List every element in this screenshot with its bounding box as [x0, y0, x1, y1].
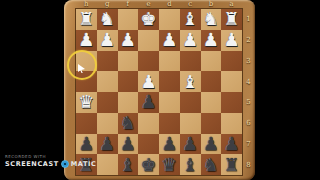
- square-e4[interactable]: ♟: [138, 71, 159, 92]
- square-f8[interactable]: ♝: [118, 154, 139, 175]
- square-d2[interactable]: ♟: [159, 30, 180, 51]
- white-queen-h5[interactable]: ♛: [78, 92, 94, 112]
- watermark-brand-right: MATIC: [71, 160, 97, 168]
- square-b2[interactable]: ♟: [201, 30, 222, 51]
- rank-label-1: 1: [242, 9, 255, 30]
- white-knight-g1[interactable]: ♞: [99, 9, 115, 29]
- square-c5[interactable]: [180, 92, 201, 113]
- rank-label-6: 6: [242, 113, 255, 134]
- square-c1[interactable]: ♝: [180, 9, 201, 30]
- white-bishop-c4[interactable]: ♝: [182, 72, 198, 92]
- square-g3[interactable]: [97, 51, 118, 72]
- square-d3[interactable]: [159, 51, 180, 72]
- rank-label-8: 8: [242, 154, 255, 175]
- square-c2[interactable]: ♟: [180, 30, 201, 51]
- black-pawn-d7[interactable]: ♟: [161, 134, 177, 154]
- square-c7[interactable]: ♟: [180, 134, 201, 155]
- square-f4[interactable]: [118, 71, 139, 92]
- square-h5[interactable]: ♛: [76, 92, 97, 113]
- black-bishop-f8[interactable]: ♝: [120, 155, 136, 175]
- square-e2[interactable]: [138, 30, 159, 51]
- black-rook-a8[interactable]: ♜: [224, 155, 240, 175]
- rank-label-4: 4: [242, 71, 255, 92]
- white-knight-b1[interactable]: ♞: [203, 9, 219, 29]
- rank-labels: 12345678: [242, 9, 255, 175]
- black-pawn-c7[interactable]: ♟: [182, 134, 198, 154]
- square-b5[interactable]: [201, 92, 222, 113]
- white-pawn-c2[interactable]: ♟: [182, 30, 198, 50]
- watermark-brand-left: SCREENCAST: [5, 160, 59, 168]
- square-a4[interactable]: [221, 71, 242, 92]
- square-c8[interactable]: ♝: [180, 154, 201, 175]
- chess-board[interactable]: ♜♞♚♝♞♜♟♟♟♟♟♟♟♟♝♛♟♞♟♟♟♟♟♟♟♜♝♚♛♝♞♜: [76, 9, 242, 175]
- square-e8[interactable]: ♚: [138, 154, 159, 175]
- square-d7[interactable]: ♟: [159, 134, 180, 155]
- square-a2[interactable]: ♟: [221, 30, 242, 51]
- screencast-o-icon: [61, 160, 69, 168]
- square-h7[interactable]: ♟: [76, 134, 97, 155]
- black-pawn-a7[interactable]: ♟: [224, 134, 240, 154]
- square-a8[interactable]: ♜: [221, 154, 242, 175]
- white-bishop-c1[interactable]: ♝: [182, 9, 198, 29]
- black-king-e8[interactable]: ♚: [141, 155, 157, 175]
- white-pawn-b2[interactable]: ♟: [203, 30, 219, 50]
- chess-board-frame: hgfedcba 12345678 ♜♞♚♝♞♜♟♟♟♟♟♟♟♟♝♛♟♞♟♟♟♟…: [64, 0, 255, 180]
- rank-label-5: 5: [242, 92, 255, 113]
- screencast-watermark: RECORDED WITH SCREENCAST MATIC: [5, 154, 96, 168]
- white-pawn-h2[interactable]: ♟: [78, 30, 94, 50]
- square-e7[interactable]: [138, 134, 159, 155]
- square-e5[interactable]: ♟: [138, 92, 159, 113]
- white-pawn-e4[interactable]: ♟: [141, 72, 157, 92]
- white-rook-a1[interactable]: ♜: [224, 9, 240, 29]
- black-pawn-g7[interactable]: ♟: [99, 134, 115, 154]
- square-e1[interactable]: ♚: [138, 9, 159, 30]
- square-h1[interactable]: ♜: [76, 9, 97, 30]
- square-h6[interactable]: [76, 113, 97, 134]
- white-king-e1[interactable]: ♚: [141, 9, 157, 29]
- recorded-with-label: RECORDED WITH: [5, 154, 96, 159]
- square-f3[interactable]: [118, 51, 139, 72]
- square-a7[interactable]: ♟: [221, 134, 242, 155]
- square-d5[interactable]: [159, 92, 180, 113]
- square-b1[interactable]: ♞: [201, 9, 222, 30]
- square-c4[interactable]: ♝: [180, 71, 201, 92]
- square-b7[interactable]: ♟: [201, 134, 222, 155]
- black-knight-f6[interactable]: ♞: [120, 113, 136, 133]
- square-c6[interactable]: [180, 113, 201, 134]
- square-a5[interactable]: [221, 92, 242, 113]
- square-d6[interactable]: [159, 113, 180, 134]
- square-a3[interactable]: [221, 51, 242, 72]
- square-g7[interactable]: ♟: [97, 134, 118, 155]
- white-pawn-g2[interactable]: ♟: [99, 30, 115, 50]
- click-highlight-ring: [67, 50, 97, 80]
- square-g4[interactable]: [97, 71, 118, 92]
- rank-label-2: 2: [242, 30, 255, 51]
- square-b4[interactable]: [201, 71, 222, 92]
- square-e3[interactable]: [138, 51, 159, 72]
- rank-label-7: 7: [242, 134, 255, 155]
- square-f6[interactable]: ♞: [118, 113, 139, 134]
- square-b3[interactable]: [201, 51, 222, 72]
- square-g8[interactable]: [97, 154, 118, 175]
- square-g1[interactable]: ♞: [97, 9, 118, 30]
- black-queen-d8[interactable]: ♛: [161, 155, 177, 175]
- square-b6[interactable]: [201, 113, 222, 134]
- black-pawn-f7[interactable]: ♟: [120, 134, 136, 154]
- square-c3[interactable]: [180, 51, 201, 72]
- square-d8[interactable]: ♛: [159, 154, 180, 175]
- black-bishop-c8[interactable]: ♝: [182, 155, 198, 175]
- rank-label-3: 3: [242, 51, 255, 72]
- square-d1[interactable]: [159, 9, 180, 30]
- square-g6[interactable]: [97, 113, 118, 134]
- white-pawn-f2[interactable]: ♟: [120, 30, 136, 50]
- white-rook-h1[interactable]: ♜: [78, 9, 94, 29]
- file-label-d: d: [159, 0, 180, 9]
- square-e6[interactable]: [138, 113, 159, 134]
- black-pawn-e5[interactable]: ♟: [141, 92, 157, 112]
- square-a6[interactable]: [221, 113, 242, 134]
- square-g2[interactable]: ♟: [97, 30, 118, 51]
- square-h2[interactable]: ♟: [76, 30, 97, 51]
- square-f5[interactable]: [118, 92, 139, 113]
- square-b8[interactable]: ♞: [201, 154, 222, 175]
- white-pawn-a2[interactable]: ♟: [224, 30, 240, 50]
- file-label-f: f: [118, 0, 139, 9]
- square-d4[interactable]: [159, 71, 180, 92]
- square-f1[interactable]: [118, 9, 139, 30]
- square-f7[interactable]: ♟: [118, 134, 139, 155]
- square-f2[interactable]: ♟: [118, 30, 139, 51]
- black-knight-b8[interactable]: ♞: [203, 155, 219, 175]
- black-pawn-h7[interactable]: ♟: [78, 134, 94, 154]
- square-a1[interactable]: ♜: [221, 9, 242, 30]
- white-pawn-d2[interactable]: ♟: [161, 30, 177, 50]
- black-pawn-b7[interactable]: ♟: [203, 134, 219, 154]
- square-g5[interactable]: [97, 92, 118, 113]
